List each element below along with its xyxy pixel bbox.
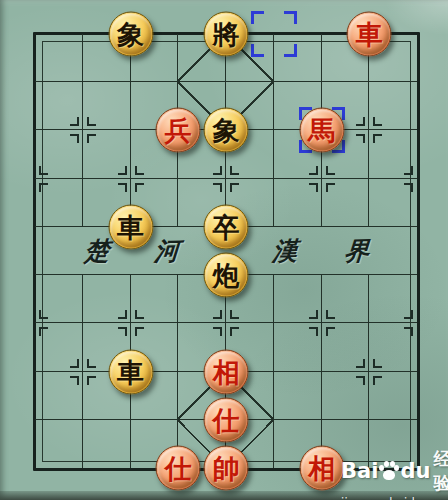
position-mark-corner: [118, 183, 127, 192]
position-mark-corner: [326, 327, 335, 336]
piece-glyph: 相: [213, 358, 240, 385]
position-mark-corner: [356, 134, 365, 143]
position-mark-corner: [118, 327, 127, 336]
position-mark-corner: [309, 327, 318, 336]
position-mark-corner: [135, 183, 144, 192]
river-label-char: 界: [343, 234, 370, 268]
river-label-char: 楚: [83, 234, 110, 268]
position-mark-corner: [373, 134, 382, 143]
position-mark-corner: [230, 327, 239, 336]
position-mark-corner: [213, 166, 222, 175]
position-mark-corner: [118, 166, 127, 175]
position-mark-corner: [373, 359, 382, 368]
position-mark-corner: [135, 327, 144, 336]
position-mark-corner: [326, 183, 335, 192]
position-mark-corner: [87, 117, 96, 126]
position-mark-corner: [309, 166, 318, 175]
piece-red-soldier[interactable]: 兵: [156, 108, 201, 153]
last-move-from-bracket[interactable]: [251, 11, 264, 24]
piece-black-general[interactable]: 將: [204, 12, 249, 57]
position-mark-corner: [87, 376, 96, 385]
position-mark-corner: [213, 327, 222, 336]
piece-glyph: 象: [213, 117, 240, 144]
piece-black-cannon[interactable]: 炮: [204, 253, 249, 298]
baidu-logo-text-prefix: Bai: [341, 459, 378, 483]
piece-glyph: 仕: [213, 406, 240, 433]
position-mark-corner: [70, 134, 79, 143]
position-mark-corner: [39, 327, 48, 336]
piece-glyph: 卒: [213, 213, 240, 240]
position-mark-corner: [404, 310, 413, 319]
piece-black-elephant[interactable]: 象: [108, 12, 153, 57]
board-cell: [35, 34, 83, 82]
piece-glyph: 車: [117, 358, 144, 385]
baidu-logo-text-suffix: du: [400, 459, 430, 483]
piece-black-elephant[interactable]: 象: [204, 108, 249, 153]
position-mark-corner: [309, 183, 318, 192]
position-mark-corner: [230, 166, 239, 175]
baidu-logo: Bai du 经验: [341, 447, 448, 495]
position-mark-corner: [356, 359, 365, 368]
position-mark-corner: [326, 166, 335, 175]
position-mark-corner: [135, 310, 144, 319]
position-mark-corner: [213, 183, 222, 192]
piece-glyph: 馬: [308, 117, 335, 144]
piece-red-advisor[interactable]: 仕: [204, 397, 249, 442]
position-mark-corner: [70, 117, 79, 126]
xiangqi-board-screenshot: 楚河漢界 象將車兵象馬車卒炮車相仕仕帥相 Bai du 经验 jingyan.b…: [0, 0, 448, 500]
baidu-paw-icon: [379, 461, 399, 481]
position-mark-corner: [87, 359, 96, 368]
position-mark-corner: [404, 327, 413, 336]
piece-glyph: 車: [117, 213, 144, 240]
piece-glyph: 仕: [165, 454, 192, 481]
piece-red-chariot[interactable]: 車: [347, 12, 392, 57]
position-mark-corner: [70, 376, 79, 385]
piece-black-soldier[interactable]: 卒: [204, 204, 249, 249]
position-mark-corner: [356, 376, 365, 385]
piece-red-horse[interactable]: 馬: [299, 108, 344, 153]
river-label-char: 漢: [271, 234, 298, 268]
position-mark-corner: [373, 376, 382, 385]
position-mark-corner: [135, 166, 144, 175]
baidu-logo-text-cn: 经验: [433, 447, 448, 495]
piece-red-advisor[interactable]: 仕: [156, 445, 201, 490]
last-move-from-bracket[interactable]: [284, 44, 297, 57]
position-mark-corner: [70, 359, 79, 368]
position-mark-corner: [39, 166, 48, 175]
piece-glyph: 兵: [165, 117, 192, 144]
board-cell: [274, 34, 322, 82]
piece-glyph: 將: [213, 21, 240, 48]
piece-glyph: 帥: [213, 454, 240, 481]
piece-black-chariot[interactable]: 車: [108, 349, 153, 394]
board-cell: [35, 227, 83, 275]
position-mark-corner: [326, 310, 335, 319]
position-mark-corner: [39, 310, 48, 319]
piece-glyph: 相: [308, 454, 335, 481]
board-cell: [35, 420, 83, 468]
board-cell: [369, 227, 417, 275]
board-cell: [83, 420, 131, 468]
piece-glyph: 車: [356, 21, 383, 48]
position-mark-corner: [356, 117, 365, 126]
piece-red-elephant[interactable]: 相: [299, 445, 344, 490]
position-mark-corner: [373, 117, 382, 126]
position-mark-corner: [39, 183, 48, 192]
baidu-watermark-url: jingyan.baidu.com: [341, 496, 448, 500]
position-mark-corner: [230, 183, 239, 192]
position-mark-corner: [404, 166, 413, 175]
position-mark-corner: [118, 310, 127, 319]
baidu-watermark: Bai du 经验 jingyan.baidu.com: [341, 447, 448, 500]
position-mark-corner: [213, 310, 222, 319]
piece-glyph: 炮: [213, 262, 240, 289]
piece-glyph: 象: [117, 21, 144, 48]
position-mark-corner: [230, 310, 239, 319]
last-move-from-bracket[interactable]: [284, 11, 297, 24]
position-mark-corner: [87, 134, 96, 143]
piece-red-general[interactable]: 帥: [204, 445, 249, 490]
last-move-from-bracket[interactable]: [251, 44, 264, 57]
position-mark-corner: [404, 183, 413, 192]
piece-black-chariot[interactable]: 車: [108, 204, 153, 249]
river-label-char: 河: [153, 234, 180, 268]
position-mark-corner: [309, 310, 318, 319]
piece-red-elephant[interactable]: 相: [204, 349, 249, 394]
board-cell: [274, 372, 322, 420]
